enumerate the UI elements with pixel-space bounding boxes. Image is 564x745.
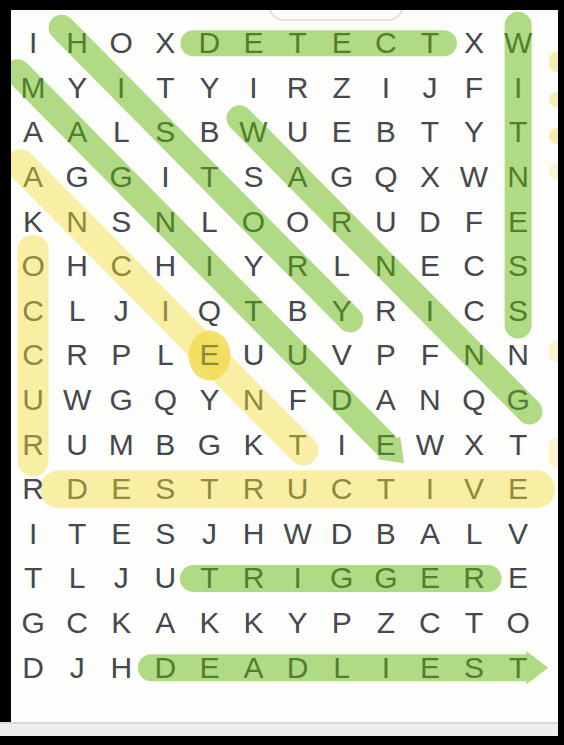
grid-cell-r15c9[interactable]: I <box>364 645 408 690</box>
grid-cell-r13c3[interactable]: J <box>99 556 143 601</box>
grid-cell-r2c11[interactable]: F <box>452 66 496 111</box>
grid-cell-r6c3[interactable]: C <box>99 244 143 289</box>
grid-cell-r11c4[interactable]: S <box>143 467 187 512</box>
word-search-board[interactable]: IHOXDETECTXWMYITYIRZIJFIAALSBWUEBTYTAGGI… <box>11 21 540 690</box>
grid-cell-r14c8[interactable]: P <box>320 601 364 646</box>
grid-cell-r10c1[interactable]: R <box>11 422 55 467</box>
grid-cell-r13c2[interactable]: L <box>55 556 99 601</box>
grid-cell-r1c9[interactable]: C <box>364 21 408 66</box>
grid-cell-r8c12[interactable]: N <box>496 333 540 378</box>
grid-cell-r3c9[interactable]: B <box>364 110 408 155</box>
grid-cell-r2c10[interactable]: J <box>408 66 452 111</box>
grid-cell-r1c7[interactable]: T <box>276 21 320 66</box>
grid-cell-r12c3[interactable]: E <box>99 512 143 557</box>
grid-cell-r4c5[interactable]: T <box>187 155 231 200</box>
grid-cell-r3c4[interactable]: S <box>143 110 187 155</box>
grid-cell-r11c6[interactable]: R <box>231 467 275 512</box>
grid-cell-r4c7[interactable]: A <box>276 155 320 200</box>
grid-cell-r11c10[interactable]: I <box>408 467 452 512</box>
grid-cell-r13c11[interactable]: R <box>452 556 496 601</box>
grid-cell-r2c4[interactable]: T <box>143 66 187 111</box>
grid-cell-r8c10[interactable]: F <box>408 333 452 378</box>
grid-cell-r13c10[interactable]: E <box>408 556 452 601</box>
grid-cell-r9c12[interactable]: G <box>496 378 540 423</box>
grid-cell-r4c12[interactable]: N <box>496 155 540 200</box>
grid-cell-r6c6[interactable]: Y <box>231 244 275 289</box>
grid-cell-r4c4[interactable]: I <box>143 155 187 200</box>
grid-cell-r8c3[interactable]: P <box>99 333 143 378</box>
edge-highlight-sliver-2 <box>549 92 558 107</box>
grid-cell-r4c11[interactable]: W <box>452 155 496 200</box>
grid-cell-r14c6[interactable]: K <box>231 601 275 646</box>
grid-cell-r14c7[interactable]: Y <box>276 601 320 646</box>
grid-cell-r11c7[interactable]: U <box>276 467 320 512</box>
grid-cell-r14c5[interactable]: K <box>187 601 231 646</box>
grid-cell-r9c3[interactable]: G <box>99 378 143 423</box>
grid-cell-r2c1[interactable]: M <box>11 66 55 111</box>
grid-cell-r5c4[interactable]: N <box>143 199 187 244</box>
grid-cell-r5c12[interactable]: E <box>496 199 540 244</box>
grid-cell-r14c11[interactable]: T <box>452 601 496 646</box>
grid-cell-r2c8[interactable]: Z <box>320 66 364 111</box>
grid-cell-r12c2[interactable]: T <box>55 512 99 557</box>
grid-cell-r14c1[interactable]: G <box>11 601 55 646</box>
grid-cell-r4c3[interactable]: G <box>99 155 143 200</box>
grid-cell-r11c11[interactable]: V <box>452 467 496 512</box>
grid-cell-r10c11[interactable]: X <box>452 422 496 467</box>
grid-cell-r15c5[interactable]: E <box>187 645 231 690</box>
grid-cell-r12c4[interactable]: S <box>143 512 187 557</box>
grid-cell-r15c11[interactable]: S <box>452 645 496 690</box>
grid-cell-r10c12[interactable]: T <box>496 422 540 467</box>
grid-cell-r6c8[interactable]: L <box>320 244 364 289</box>
grid-cell-r12c11[interactable]: L <box>452 512 496 557</box>
grid-cell-r15c8[interactable]: L <box>320 645 364 690</box>
edge-highlight-sliver-1 <box>549 52 558 72</box>
grid-cell-r9c10[interactable]: N <box>408 378 452 423</box>
grid-cell-r3c7[interactable]: U <box>276 110 320 155</box>
bottom-gray-band <box>0 722 564 736</box>
grid-cell-r4c10[interactable]: X <box>408 155 452 200</box>
grid-cell-r1c10[interactable]: T <box>408 21 452 66</box>
grid-cell-r8c8[interactable]: V <box>320 333 364 378</box>
grid-cell-r4c6[interactable]: S <box>231 155 275 200</box>
grid-cell-r2c5[interactable]: Y <box>187 66 231 111</box>
grid-cell-r7c1[interactable]: C <box>11 289 55 334</box>
grid-cell-r8c9[interactable]: P <box>364 333 408 378</box>
grid-cell-r15c1[interactable]: D <box>11 645 55 690</box>
grid-cell-r7c6[interactable]: T <box>231 289 275 334</box>
grid-cell-r6c2[interactable]: H <box>55 244 99 289</box>
grid-cell-r3c6[interactable]: W <box>231 110 275 155</box>
grid-cell-r2c12[interactable]: I <box>496 66 540 111</box>
grid-cell-r4c9[interactable]: Q <box>364 155 408 200</box>
grid-cell-r13c1[interactable]: T <box>11 556 55 601</box>
frame-top-bar <box>0 0 564 10</box>
grid-cell-r3c12[interactable]: T <box>496 110 540 155</box>
grid-cell-r5c2[interactable]: N <box>55 199 99 244</box>
grid-cell-r9c11[interactable]: Q <box>452 378 496 423</box>
grid-cell-r14c2[interactable]: C <box>55 601 99 646</box>
grid-cell-r10c2[interactable]: U <box>55 422 99 467</box>
edge-highlight-sliver-5 <box>549 340 558 362</box>
grid-cell-r15c7[interactable]: D <box>276 645 320 690</box>
grid-cell-r5c6[interactable]: O <box>231 199 275 244</box>
grid-cell-r10c7[interactable]: T <box>276 422 320 467</box>
grid-cell-r7c2[interactable]: L <box>55 289 99 334</box>
grid-cell-r11c8[interactable]: C <box>320 467 364 512</box>
grid-cell-r6c7[interactable]: R <box>276 244 320 289</box>
grid-cell-r9c8[interactable]: D <box>320 378 364 423</box>
grid-cell-r7c10[interactable]: I <box>408 289 452 334</box>
grid-cell-r2c9[interactable]: I <box>364 66 408 111</box>
grid-cell-r2c3[interactable]: I <box>99 66 143 111</box>
grid-cell-r4c1[interactable]: A <box>11 155 55 200</box>
grid-cell-r6c5[interactable]: I <box>187 244 231 289</box>
grid-cell-r3c8[interactable]: E <box>320 110 364 155</box>
grid-cell-r12c1[interactable]: I <box>11 512 55 557</box>
grid-cell-r6c12[interactable]: S <box>496 244 540 289</box>
grid-cell-r9c5[interactable]: Y <box>187 378 231 423</box>
grid-cell-r14c9[interactable]: Z <box>364 601 408 646</box>
grid-cell-r9c6[interactable]: N <box>231 378 275 423</box>
grid-cell-r11c9[interactable]: T <box>364 467 408 512</box>
grid-cell-r9c1[interactable]: U <box>11 378 55 423</box>
grid-cell-r13c6[interactable]: R <box>231 556 275 601</box>
grid-cell-r6c11[interactable]: C <box>452 244 496 289</box>
word-search-screen: IHOXDETECTXWMYITYIRZIJFIAALSBWUEBTYTAGGI… <box>0 0 564 745</box>
grid-cell-r13c8[interactable]: G <box>320 556 364 601</box>
grid-cell-r7c11[interactable]: C <box>452 289 496 334</box>
grid-cell-r6c4[interactable]: H <box>143 244 187 289</box>
grid-cell-r1c3[interactable]: O <box>99 21 143 66</box>
grid-cell-r13c4[interactable]: U <box>143 556 187 601</box>
grid-cell-r1c11[interactable]: X <box>452 21 496 66</box>
grid-cell-r3c1[interactable]: A <box>11 110 55 155</box>
grid-cell-r2c7[interactable]: R <box>276 66 320 111</box>
grid-cell-r10c9[interactable]: E <box>364 422 408 467</box>
edge-highlight-sliver-3 <box>549 128 558 144</box>
grid-cell-r5c5[interactable]: L <box>187 199 231 244</box>
grid-cell-r2c2[interactable]: Y <box>55 66 99 111</box>
grid-cell-r9c7[interactable]: F <box>276 378 320 423</box>
grid-cell-r12c5[interactable]: J <box>187 512 231 557</box>
frame-left-bar <box>0 0 11 722</box>
grid-cell-r1c6[interactable]: E <box>231 21 275 66</box>
grid-cell-r12c6[interactable]: H <box>231 512 275 557</box>
grid-cell-r13c5[interactable]: T <box>187 556 231 601</box>
grid-cell-r1c12[interactable]: W <box>496 21 540 66</box>
grid-cell-r8c2[interactable]: R <box>55 333 99 378</box>
grid-cell-r7c9[interactable]: R <box>364 289 408 334</box>
grid-cell-r12c8[interactable]: D <box>320 512 364 557</box>
edge-highlight-sliver-4 <box>549 163 558 180</box>
grid-cell-r8c4[interactable]: L <box>143 333 187 378</box>
grid-cell-r6c9[interactable]: N <box>364 244 408 289</box>
grid-cell-r10c4[interactable]: B <box>143 422 187 467</box>
grid-cell-r10c6[interactable]: K <box>231 422 275 467</box>
grid-cell-r8c11[interactable]: N <box>452 333 496 378</box>
grid-cell-r10c5[interactable]: G <box>187 422 231 467</box>
grid-cell-r1c4[interactable]: X <box>143 21 187 66</box>
grid-cell-r5c3[interactable]: S <box>99 199 143 244</box>
grid-cell-r6c1[interactable]: O <box>11 244 55 289</box>
grid-cell-r6c10[interactable]: E <box>408 244 452 289</box>
grid-cell-r13c7[interactable]: I <box>276 556 320 601</box>
grid-cell-r5c8[interactable]: R <box>320 199 364 244</box>
grid-cell-r3c10[interactable]: T <box>408 110 452 155</box>
grid-cell-r3c2[interactable]: A <box>55 110 99 155</box>
grid-cell-r12c7[interactable]: W <box>276 512 320 557</box>
grid-cell-r11c3[interactable]: E <box>99 467 143 512</box>
grid-cell-r11c12[interactable]: E <box>496 467 540 512</box>
grid-cell-r8c7[interactable]: U <box>276 333 320 378</box>
grid-cell-r10c10[interactable]: W <box>408 422 452 467</box>
grid-cell-r5c10[interactable]: D <box>408 199 452 244</box>
grid-cell-r14c4[interactable]: A <box>143 601 187 646</box>
grid-cell-r1c1[interactable]: I <box>11 21 55 66</box>
grid-cell-r7c12[interactable]: S <box>496 289 540 334</box>
grid-cell-r7c8[interactable]: Y <box>320 289 364 334</box>
grid-cell-r13c9[interactable]: G <box>364 556 408 601</box>
grid-cell-r5c9[interactable]: U <box>364 199 408 244</box>
grid-cell-r7c5[interactable]: Q <box>187 289 231 334</box>
grid-cell-r8c1[interactable]: C <box>11 333 55 378</box>
grid-cell-r3c3[interactable]: L <box>99 110 143 155</box>
grid-cell-r12c12[interactable]: V <box>496 512 540 557</box>
grid-cell-r15c6[interactable]: A <box>231 645 275 690</box>
grid-cell-r5c11[interactable]: F <box>452 199 496 244</box>
grid-cell-r13c12[interactable]: E <box>496 556 540 601</box>
grid-cell-r3c11[interactable]: Y <box>452 110 496 155</box>
grid-cell-r11c1[interactable]: R <box>11 467 55 512</box>
grid-cell-r15c3[interactable]: H <box>99 645 143 690</box>
grid-cell-r7c7[interactable]: B <box>276 289 320 334</box>
grid-cell-r11c5[interactable]: T <box>187 467 231 512</box>
grid-cell-r4c8[interactable]: G <box>320 155 364 200</box>
edge-highlight-sliver-6 <box>549 438 558 468</box>
frame-right-bar <box>558 0 564 745</box>
grid-cell-r14c12[interactable]: O <box>496 601 540 646</box>
grid-cell-r1c5[interactable]: D <box>187 21 231 66</box>
frame-bottom-bar <box>0 736 564 745</box>
grid-cell-r11c2[interactable]: D <box>55 467 99 512</box>
grid-cell-r5c1[interactable]: K <box>11 199 55 244</box>
grid-cell-r9c2[interactable]: W <box>55 378 99 423</box>
grid-cell-r1c8[interactable]: E <box>320 21 364 66</box>
grid-cell-r9c9[interactable]: A <box>364 378 408 423</box>
grid-cell-r9c4[interactable]: Q <box>143 378 187 423</box>
grid-cell-r15c4[interactable]: D <box>143 645 187 690</box>
grid-cell-r2c6[interactable]: I <box>231 66 275 111</box>
grid-cell-r5c7[interactable]: O <box>276 199 320 244</box>
grid-cell-r7c3[interactable]: J <box>99 289 143 334</box>
grid-cell-r12c10[interactable]: A <box>408 512 452 557</box>
grid-cell-r12c9[interactable]: B <box>364 512 408 557</box>
grid-cell-r10c8[interactable]: I <box>320 422 364 467</box>
grid-cell-r10c3[interactable]: M <box>99 422 143 467</box>
grid-cell-r3c5[interactable]: B <box>187 110 231 155</box>
grid-cell-r4c2[interactable]: G <box>55 155 99 200</box>
grid-cell-r14c10[interactable]: C <box>408 601 452 646</box>
grid-cell-r8c5[interactable]: E <box>187 333 231 378</box>
grid-cell-r7c4[interactable]: I <box>143 289 187 334</box>
grid-cell-r15c12[interactable]: T <box>496 645 540 690</box>
grid-cell-r8c6[interactable]: U <box>231 333 275 378</box>
grid-cell-r14c3[interactable]: K <box>99 601 143 646</box>
grid-cell-r15c2[interactable]: J <box>55 645 99 690</box>
grid-cell-r15c10[interactable]: E <box>408 645 452 690</box>
grid-cell-r1c2[interactable]: H <box>55 21 99 66</box>
